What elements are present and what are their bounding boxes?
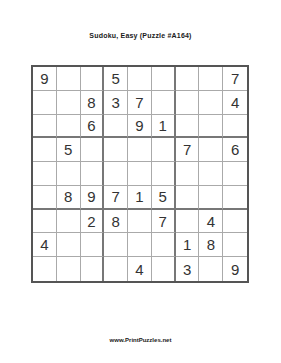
cell-r2c6 bbox=[152, 91, 176, 115]
sudoku-grid: 9578374691576897152874418439 bbox=[31, 65, 249, 283]
cell-r8c5 bbox=[128, 233, 152, 257]
cell-r1c2 bbox=[57, 67, 81, 91]
cell-r8c1: 4 bbox=[33, 233, 57, 257]
cell-r4c7: 7 bbox=[176, 138, 200, 162]
cell-r6c7 bbox=[176, 186, 200, 210]
cell-r5c6 bbox=[152, 162, 176, 186]
cell-r1c3 bbox=[81, 67, 105, 91]
page-title: Sudoku, Easy (Puzzle #A164) bbox=[0, 32, 281, 39]
cell-r7c7 bbox=[176, 210, 200, 234]
cell-r4c6 bbox=[152, 138, 176, 162]
cell-r8c2 bbox=[57, 233, 81, 257]
cell-r8c3 bbox=[81, 233, 105, 257]
cell-r4c4 bbox=[104, 138, 128, 162]
cell-r6c3: 9 bbox=[81, 186, 105, 210]
cell-r3c4 bbox=[104, 115, 128, 139]
cell-r7c8: 4 bbox=[199, 210, 223, 234]
cell-r6c9 bbox=[223, 186, 247, 210]
cell-r5c3 bbox=[81, 162, 105, 186]
cell-r9c6 bbox=[152, 257, 176, 281]
cell-r7c9 bbox=[223, 210, 247, 234]
cell-r8c9 bbox=[223, 233, 247, 257]
cell-r6c6: 5 bbox=[152, 186, 176, 210]
cell-r2c7 bbox=[176, 91, 200, 115]
cell-r3c6: 1 bbox=[152, 115, 176, 139]
cell-r4c9: 6 bbox=[223, 138, 247, 162]
cell-r3c8 bbox=[199, 115, 223, 139]
cell-r3c7 bbox=[176, 115, 200, 139]
cell-r2c4: 3 bbox=[104, 91, 128, 115]
cell-r6c1 bbox=[33, 186, 57, 210]
cell-r5c5 bbox=[128, 162, 152, 186]
cell-r7c3: 2 bbox=[81, 210, 105, 234]
cell-r5c2 bbox=[57, 162, 81, 186]
cell-r1c7 bbox=[176, 67, 200, 91]
cell-r5c9 bbox=[223, 162, 247, 186]
cell-r3c3: 6 bbox=[81, 115, 105, 139]
cell-r2c3: 8 bbox=[81, 91, 105, 115]
cell-r3c2 bbox=[57, 115, 81, 139]
cell-r8c6 bbox=[152, 233, 176, 257]
cell-r8c7: 1 bbox=[176, 233, 200, 257]
cell-r1c5 bbox=[128, 67, 152, 91]
cell-r9c9: 9 bbox=[223, 257, 247, 281]
cell-r4c3 bbox=[81, 138, 105, 162]
cell-r2c2 bbox=[57, 91, 81, 115]
footer-url: www.PrintPuzzles.net bbox=[0, 337, 281, 343]
cell-r5c8 bbox=[199, 162, 223, 186]
cell-r1c8 bbox=[199, 67, 223, 91]
cell-r9c1 bbox=[33, 257, 57, 281]
cell-r9c4 bbox=[104, 257, 128, 281]
cell-r9c7: 3 bbox=[176, 257, 200, 281]
cell-r9c3 bbox=[81, 257, 105, 281]
cell-r4c2: 5 bbox=[57, 138, 81, 162]
cell-r2c1 bbox=[33, 91, 57, 115]
cell-r2c5: 7 bbox=[128, 91, 152, 115]
cell-r7c2 bbox=[57, 210, 81, 234]
cell-r2c9: 4 bbox=[223, 91, 247, 115]
cell-r9c5: 4 bbox=[128, 257, 152, 281]
cell-r4c5 bbox=[128, 138, 152, 162]
cell-r5c1 bbox=[33, 162, 57, 186]
cell-r9c2 bbox=[57, 257, 81, 281]
cell-r8c8: 8 bbox=[199, 233, 223, 257]
cell-r1c9: 7 bbox=[223, 67, 247, 91]
cell-r8c4 bbox=[104, 233, 128, 257]
cell-r6c5: 1 bbox=[128, 186, 152, 210]
cell-r6c2: 8 bbox=[57, 186, 81, 210]
cell-r1c1: 9 bbox=[33, 67, 57, 91]
cell-r7c1 bbox=[33, 210, 57, 234]
cell-r3c9 bbox=[223, 115, 247, 139]
cell-r1c4: 5 bbox=[104, 67, 128, 91]
cell-r4c8 bbox=[199, 138, 223, 162]
cell-r2c8 bbox=[199, 91, 223, 115]
cell-r7c5 bbox=[128, 210, 152, 234]
cell-r7c4: 8 bbox=[104, 210, 128, 234]
cell-r7c6: 7 bbox=[152, 210, 176, 234]
cell-r4c1 bbox=[33, 138, 57, 162]
cell-r3c1 bbox=[33, 115, 57, 139]
cell-r3c5: 9 bbox=[128, 115, 152, 139]
cell-r5c7 bbox=[176, 162, 200, 186]
cell-r6c8 bbox=[199, 186, 223, 210]
cell-r6c4: 7 bbox=[104, 186, 128, 210]
cell-r5c4 bbox=[104, 162, 128, 186]
cell-r1c6 bbox=[152, 67, 176, 91]
cell-r9c8 bbox=[199, 257, 223, 281]
